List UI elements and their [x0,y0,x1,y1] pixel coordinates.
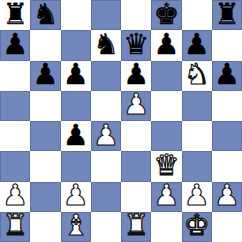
white-pawn[interactable]: ♟ [184,181,210,210]
square-g3[interactable] [182,151,212,181]
white-rook[interactable]: ♜ [123,211,149,240]
square-a5[interactable] [0,91,30,121]
square-h4[interactable] [212,121,242,151]
square-b5[interactable] [30,91,60,121]
square-d1[interactable] [91,212,121,242]
square-d5[interactable] [91,91,121,121]
white-pawn[interactable]: ♟ [214,181,240,210]
square-f1[interactable] [151,212,181,242]
white-king[interactable]: ♚ [184,211,210,240]
white-queen[interactable]: ♛ [153,151,179,180]
white-bishop[interactable]: ♝ [63,211,89,240]
square-h8[interactable]: ♜ [212,0,242,30]
square-g6[interactable]: ♞ [182,61,212,91]
square-h2[interactable]: ♟ [212,182,242,212]
square-c3[interactable] [61,151,91,181]
square-f4[interactable] [151,121,181,151]
white-pawn[interactable]: ♟ [63,181,89,210]
square-d7[interactable]: ♞ [91,30,121,60]
square-c1[interactable]: ♝ [61,212,91,242]
square-c6[interactable]: ♟ [61,61,91,91]
square-h1[interactable] [212,212,242,242]
black-pawn[interactable]: ♟ [63,60,89,89]
white-pawn[interactable]: ♟ [2,181,28,210]
square-h3[interactable] [212,151,242,181]
square-a1[interactable]: ♜ [0,212,30,242]
square-e6[interactable]: ♟ [121,61,151,91]
black-pawn[interactable]: ♟ [123,60,149,89]
square-h5[interactable] [212,91,242,121]
black-queen[interactable]: ♛ [123,30,149,59]
white-knight[interactable]: ♞ [184,60,210,89]
white-pawn[interactable]: ♟ [93,121,119,150]
square-g1[interactable]: ♚ [182,212,212,242]
square-e4[interactable] [121,121,151,151]
square-b6[interactable]: ♟ [30,61,60,91]
square-d6[interactable] [91,61,121,91]
square-d3[interactable] [91,151,121,181]
square-c4[interactable]: ♟ [61,121,91,151]
square-e8[interactable] [121,0,151,30]
square-g7[interactable]: ♟ [182,30,212,60]
white-pawn[interactable]: ♟ [123,90,149,119]
black-pawn[interactable]: ♟ [2,30,28,59]
square-c2[interactable]: ♟ [61,182,91,212]
square-d2[interactable] [91,182,121,212]
square-a8[interactable]: ♜ [0,0,30,30]
square-g5[interactable] [182,91,212,121]
square-b7[interactable] [30,30,60,60]
square-b3[interactable] [30,151,60,181]
square-b8[interactable]: ♞ [30,0,60,30]
square-b4[interactable] [30,121,60,151]
square-f7[interactable]: ♟ [151,30,181,60]
black-pawn[interactable]: ♟ [153,30,179,59]
square-c8[interactable] [61,0,91,30]
square-f6[interactable] [151,61,181,91]
black-king[interactable]: ♚ [153,0,179,29]
black-rook[interactable]: ♜ [2,0,28,29]
square-a2[interactable]: ♟ [0,182,30,212]
square-e1[interactable]: ♜ [121,212,151,242]
black-pawn[interactable]: ♟ [63,121,89,150]
square-c5[interactable] [61,91,91,121]
black-knight[interactable]: ♞ [32,0,58,29]
square-a4[interactable] [0,121,30,151]
square-h7[interactable] [212,30,242,60]
white-pawn[interactable]: ♟ [153,181,179,210]
square-c7[interactable] [61,30,91,60]
square-b2[interactable] [30,182,60,212]
square-a6[interactable] [0,61,30,91]
black-rook[interactable]: ♜ [214,0,240,29]
black-pawn[interactable]: ♟ [214,60,240,89]
black-knight[interactable]: ♞ [93,30,119,59]
square-e5[interactable]: ♟ [121,91,151,121]
square-f2[interactable]: ♟ [151,182,181,212]
square-d8[interactable] [91,0,121,30]
square-g8[interactable] [182,0,212,30]
square-f5[interactable] [151,91,181,121]
white-rook[interactable]: ♜ [2,211,28,240]
square-b1[interactable] [30,212,60,242]
square-a3[interactable] [0,151,30,181]
square-f8[interactable]: ♚ [151,0,181,30]
square-a7[interactable]: ♟ [0,30,30,60]
square-e7[interactable]: ♛ [121,30,151,60]
chess-board: ♜♞♚♜♟♞♛♟♟♟♟♟♞♟♟♟♟♛♟♟♟♟♟♜♝♜♚ [0,0,242,242]
square-f3[interactable]: ♛ [151,151,181,181]
black-pawn[interactable]: ♟ [32,60,58,89]
square-h6[interactable]: ♟ [212,61,242,91]
black-pawn[interactable]: ♟ [184,30,210,59]
square-g4[interactable] [182,121,212,151]
square-g2[interactable]: ♟ [182,182,212,212]
square-e3[interactable] [121,151,151,181]
square-d4[interactable]: ♟ [91,121,121,151]
square-e2[interactable] [121,182,151,212]
